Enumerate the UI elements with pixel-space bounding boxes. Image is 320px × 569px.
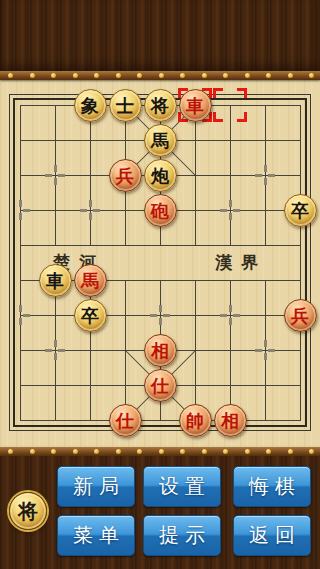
point-marker bbox=[229, 213, 232, 220]
back-button[interactable]: 返回 bbox=[233, 515, 311, 556]
point-marker bbox=[255, 349, 262, 352]
point-marker bbox=[19, 213, 22, 220]
point-marker bbox=[45, 349, 52, 352]
menu-button[interactable]: 菜单 bbox=[57, 515, 135, 556]
nail-icon bbox=[223, 449, 228, 454]
piece-black-elephant[interactable]: 象 bbox=[74, 89, 107, 122]
piece-red-advisor[interactable]: 仕 bbox=[144, 369, 177, 402]
nail-icon bbox=[288, 449, 293, 454]
app-screen: 楚河 漢界 象士将車馬兵炮砲卒車馬卒兵相仕仕帥相 将 新局 设置 悔棋 菜单 提… bbox=[0, 0, 320, 569]
piece-label: 士 bbox=[116, 89, 134, 122]
board-vline bbox=[300, 105, 301, 421]
point-marker bbox=[89, 213, 92, 220]
board-vline bbox=[20, 105, 21, 421]
nail-icon bbox=[202, 73, 207, 78]
piece-label: 兵 bbox=[116, 159, 134, 192]
point-marker bbox=[54, 165, 57, 172]
piece-red-chariot[interactable]: 車 bbox=[179, 89, 212, 122]
point-marker bbox=[220, 314, 227, 317]
piece-label: 仕 bbox=[151, 369, 169, 402]
point-marker bbox=[80, 209, 87, 212]
piece-label: 車 bbox=[186, 89, 204, 122]
nail-icon bbox=[266, 449, 271, 454]
piece-label: 卒 bbox=[81, 299, 99, 332]
piece-label: 相 bbox=[221, 404, 239, 437]
point-marker bbox=[233, 209, 240, 212]
point-marker bbox=[19, 318, 22, 325]
point-marker bbox=[23, 314, 30, 317]
board-vline bbox=[265, 280, 266, 421]
nail-icon bbox=[8, 73, 13, 78]
piece-black-horse[interactable]: 馬 bbox=[144, 124, 177, 157]
nail-icon bbox=[180, 449, 185, 454]
piece-black-general[interactable]: 将 bbox=[144, 89, 177, 122]
piece-red-elephant[interactable]: 相 bbox=[214, 404, 247, 437]
nail-icon bbox=[8, 449, 13, 454]
point-marker bbox=[264, 178, 267, 185]
nail-icon bbox=[266, 73, 271, 78]
point-marker bbox=[93, 209, 100, 212]
point-marker bbox=[268, 349, 275, 352]
turn-indicator-label: 将 bbox=[18, 498, 38, 525]
piece-label: 兵 bbox=[291, 299, 309, 332]
nail-icon bbox=[116, 449, 121, 454]
new-game-button[interactable]: 新局 bbox=[57, 466, 135, 507]
piece-red-general[interactable]: 帥 bbox=[179, 404, 212, 437]
piece-black-chariot[interactable]: 車 bbox=[39, 264, 72, 297]
piece-black-soldier[interactable]: 卒 bbox=[284, 194, 317, 227]
piece-label: 仕 bbox=[116, 404, 134, 437]
point-marker bbox=[233, 314, 240, 317]
marker-corner bbox=[237, 88, 247, 98]
marker-corner bbox=[213, 88, 223, 98]
point-marker bbox=[54, 340, 57, 347]
point-marker bbox=[229, 200, 232, 207]
marker-corner bbox=[237, 112, 247, 122]
point-marker bbox=[159, 318, 162, 325]
piece-label: 車 bbox=[46, 264, 64, 297]
piece-label: 馬 bbox=[151, 124, 169, 157]
nail-icon bbox=[73, 449, 78, 454]
nail-icon bbox=[94, 73, 99, 78]
piece-label: 炮 bbox=[151, 159, 169, 192]
last-move-marker bbox=[213, 88, 247, 122]
nail-icon bbox=[51, 73, 56, 78]
piece-black-advisor[interactable]: 士 bbox=[109, 89, 142, 122]
nail-icon bbox=[159, 73, 164, 78]
board-vline bbox=[55, 280, 56, 421]
nail-icon bbox=[245, 449, 250, 454]
point-marker bbox=[45, 174, 52, 177]
nail-icon bbox=[159, 449, 164, 454]
nail-icon bbox=[94, 449, 99, 454]
turn-indicator-piece: 将 bbox=[9, 492, 47, 530]
point-marker bbox=[19, 200, 22, 207]
point-marker bbox=[58, 349, 65, 352]
nail-icon bbox=[288, 73, 293, 78]
nail-icon bbox=[180, 73, 185, 78]
point-marker bbox=[163, 314, 170, 317]
point-marker bbox=[19, 305, 22, 312]
piece-red-soldier[interactable]: 兵 bbox=[109, 159, 142, 192]
piece-red-horse[interactable]: 馬 bbox=[74, 264, 107, 297]
piece-label: 象 bbox=[81, 89, 99, 122]
nail-icon bbox=[309, 449, 314, 454]
hint-button[interactable]: 提示 bbox=[143, 515, 221, 556]
board-vline bbox=[55, 105, 56, 246]
nail-icon bbox=[137, 73, 142, 78]
nail-icon bbox=[245, 73, 250, 78]
nail-icon bbox=[30, 449, 35, 454]
piece-black-soldier[interactable]: 卒 bbox=[74, 299, 107, 332]
point-marker bbox=[229, 305, 232, 312]
point-marker bbox=[89, 200, 92, 207]
board-vline bbox=[230, 105, 231, 246]
nail-icon bbox=[309, 73, 314, 78]
board-vline bbox=[265, 105, 266, 246]
undo-button[interactable]: 悔棋 bbox=[233, 466, 311, 507]
point-marker bbox=[268, 174, 275, 177]
point-marker bbox=[264, 165, 267, 172]
point-marker bbox=[150, 314, 157, 317]
piece-label: 馬 bbox=[81, 264, 99, 297]
board-vline bbox=[230, 280, 231, 421]
nail-icon bbox=[73, 73, 78, 78]
marker-corner bbox=[213, 112, 223, 122]
settings-button[interactable]: 设置 bbox=[143, 466, 221, 507]
piece-label: 将 bbox=[151, 89, 169, 122]
nail-icon bbox=[51, 449, 56, 454]
point-marker bbox=[229, 318, 232, 325]
nail-icon bbox=[223, 73, 228, 78]
point-marker bbox=[255, 174, 262, 177]
point-marker bbox=[54, 353, 57, 360]
point-marker bbox=[54, 178, 57, 185]
piece-red-soldier[interactable]: 兵 bbox=[284, 299, 317, 332]
point-marker bbox=[159, 305, 162, 312]
piece-label: 帥 bbox=[186, 404, 204, 437]
board-vline bbox=[90, 105, 91, 246]
nail-icon bbox=[30, 73, 35, 78]
piece-label: 相 bbox=[151, 334, 169, 367]
piece-red-elephant[interactable]: 相 bbox=[144, 334, 177, 367]
piece-label: 卒 bbox=[291, 194, 309, 227]
point-marker bbox=[220, 209, 227, 212]
piece-black-cannon[interactable]: 炮 bbox=[144, 159, 177, 192]
point-marker bbox=[58, 174, 65, 177]
piece-label: 砲 bbox=[151, 194, 169, 227]
piece-red-advisor[interactable]: 仕 bbox=[109, 404, 142, 437]
piece-red-cannon[interactable]: 砲 bbox=[144, 194, 177, 227]
nail-icon bbox=[116, 73, 121, 78]
nail-icon bbox=[137, 449, 142, 454]
point-marker bbox=[23, 209, 30, 212]
point-marker bbox=[264, 353, 267, 360]
point-marker bbox=[264, 340, 267, 347]
nail-icon bbox=[202, 449, 207, 454]
